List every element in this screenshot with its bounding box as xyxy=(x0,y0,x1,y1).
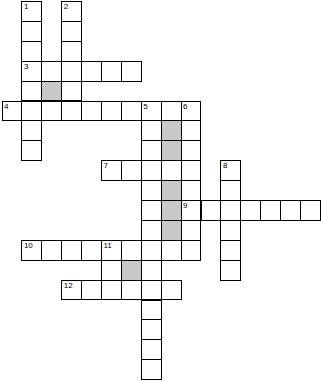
crossword-cell[interactable] xyxy=(81,101,102,122)
crossword-cell[interactable] xyxy=(81,61,102,82)
crossword-cell[interactable]: 10 xyxy=(21,240,42,261)
crossword-cell[interactable] xyxy=(101,101,122,122)
crossword-cell[interactable] xyxy=(121,61,142,82)
crossword-cell[interactable] xyxy=(81,240,102,261)
crossword-cell[interactable] xyxy=(21,101,42,122)
crossword-cell[interactable] xyxy=(61,61,82,82)
clue-number: 10 xyxy=(24,241,33,250)
crossword-cell[interactable] xyxy=(280,200,301,221)
clue-number: 3 xyxy=(24,62,28,71)
crossword-cell[interactable] xyxy=(220,260,241,281)
crossword-cell[interactable] xyxy=(141,180,162,201)
crossword-cell[interactable] xyxy=(21,120,42,141)
crossword-blocked-cell xyxy=(161,180,182,201)
crossword-cell[interactable] xyxy=(81,280,102,301)
crossword-cell[interactable] xyxy=(220,220,241,241)
crossword-cell[interactable] xyxy=(21,21,42,42)
crossword-cell[interactable] xyxy=(161,101,182,122)
clue-number: 4 xyxy=(4,102,8,111)
crossword-cell[interactable] xyxy=(41,61,62,82)
crossword-cell[interactable] xyxy=(61,240,82,261)
crossword-cell[interactable] xyxy=(220,240,241,261)
crossword-cell[interactable] xyxy=(141,120,162,141)
crossword-cell[interactable] xyxy=(181,140,202,161)
crossword-blocked-cell xyxy=(161,200,182,221)
crossword-cell[interactable] xyxy=(61,41,82,62)
crossword-cell[interactable]: 7 xyxy=(101,160,122,181)
crossword-cell[interactable] xyxy=(181,120,202,141)
crossword-cell[interactable]: 6 xyxy=(181,101,202,122)
crossword-cell[interactable]: 8 xyxy=(220,160,241,181)
crossword-cell[interactable] xyxy=(201,200,222,221)
clue-number: 8 xyxy=(223,161,227,170)
crossword-cell[interactable] xyxy=(181,160,202,181)
crossword-cell[interactable] xyxy=(161,280,182,301)
crossword-cell[interactable] xyxy=(260,200,281,221)
crossword-cell[interactable] xyxy=(141,200,162,221)
crossword-cell[interactable] xyxy=(121,280,142,301)
crossword-cell[interactable] xyxy=(121,160,142,181)
crossword-blocked-cell xyxy=(161,220,182,241)
crossword-cell[interactable]: 1 xyxy=(21,1,42,22)
clue-number: 11 xyxy=(104,241,112,250)
crossword-cell[interactable] xyxy=(141,339,162,360)
crossword-cell[interactable] xyxy=(141,280,162,301)
crossword-cell[interactable] xyxy=(220,180,241,201)
crossword-cell[interactable]: 2 xyxy=(61,1,82,22)
crossword-cell[interactable] xyxy=(141,319,162,340)
clue-number: 9 xyxy=(183,201,187,210)
crossword-blocked-cell xyxy=(121,260,142,281)
crossword-cell[interactable] xyxy=(181,180,202,201)
crossword-cell[interactable] xyxy=(141,260,162,281)
crossword-cell[interactable]: 11 xyxy=(101,240,122,261)
crossword-cell[interactable] xyxy=(300,200,321,221)
clue-number: 1 xyxy=(24,2,28,11)
crossword-cell[interactable] xyxy=(41,101,62,122)
crossword-page: 123456789101112 xyxy=(0,0,321,381)
crossword-cell[interactable]: 4 xyxy=(2,101,23,122)
crossword-board: 123456789101112 xyxy=(0,0,321,381)
crossword-cell[interactable] xyxy=(101,61,122,82)
crossword-blocked-cell xyxy=(161,140,182,161)
crossword-blocked-cell xyxy=(41,81,62,102)
crossword-cell[interactable] xyxy=(61,101,82,122)
crossword-cell[interactable] xyxy=(141,220,162,241)
crossword-cell[interactable] xyxy=(240,200,261,221)
crossword-cell[interactable] xyxy=(121,101,142,122)
crossword-cell[interactable]: 5 xyxy=(141,101,162,122)
crossword-cell[interactable] xyxy=(141,300,162,321)
crossword-blocked-cell xyxy=(161,120,182,141)
crossword-cell[interactable] xyxy=(21,81,42,102)
crossword-cell[interactable] xyxy=(21,41,42,62)
crossword-cell[interactable]: 9 xyxy=(181,200,202,221)
crossword-cell[interactable] xyxy=(161,160,182,181)
crossword-cell[interactable] xyxy=(181,240,202,261)
clue-number: 7 xyxy=(104,161,108,170)
crossword-cell[interactable] xyxy=(141,140,162,161)
crossword-cell[interactable]: 12 xyxy=(61,280,82,301)
clue-number: 6 xyxy=(183,102,187,111)
crossword-cell[interactable] xyxy=(101,280,122,301)
crossword-cell[interactable] xyxy=(101,260,122,281)
clue-number: 12 xyxy=(64,281,73,290)
crossword-cell[interactable]: 3 xyxy=(21,61,42,82)
crossword-cell[interactable] xyxy=(61,21,82,42)
crossword-cell[interactable] xyxy=(141,240,162,261)
crossword-cell[interactable] xyxy=(181,220,202,241)
crossword-cell[interactable] xyxy=(220,200,241,221)
crossword-cell[interactable] xyxy=(141,359,162,380)
crossword-cell[interactable] xyxy=(141,160,162,181)
clue-number: 2 xyxy=(64,2,68,11)
crossword-cell[interactable] xyxy=(161,240,182,261)
crossword-cell[interactable] xyxy=(21,140,42,161)
crossword-cell[interactable] xyxy=(61,81,82,102)
crossword-cell[interactable] xyxy=(41,240,62,261)
crossword-cell[interactable] xyxy=(121,240,142,261)
clue-number: 5 xyxy=(143,102,147,111)
